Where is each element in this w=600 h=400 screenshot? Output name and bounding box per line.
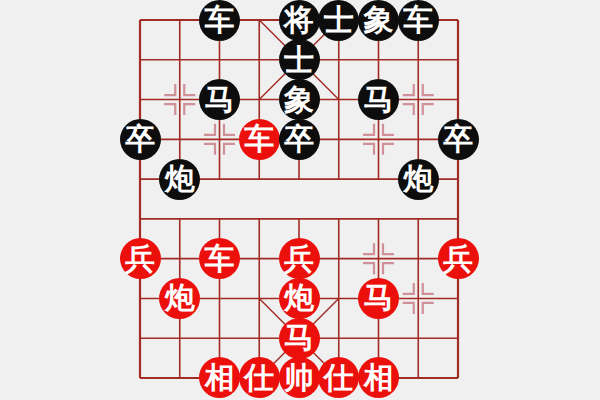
piece-layer: 车将士象车士马象马卒车卒卒炮炮兵车兵兵炮炮马马相仕帅仕相 [120, 0, 478, 398]
piece-red-cannon[interactable]: 炮 [159, 278, 200, 319]
xiangqi-board: 车将士象车士马象马卒车卒卒炮炮兵车兵兵炮炮马马相仕帅仕相 [0, 0, 600, 400]
piece-black-elephant[interactable]: 象 [358, 0, 399, 41]
piece-red-soldier[interactable]: 兵 [438, 238, 479, 279]
piece-red-advisor[interactable]: 仕 [239, 357, 280, 398]
piece-black-horse[interactable]: 马 [199, 79, 240, 120]
piece-red-advisor[interactable]: 仕 [318, 357, 359, 398]
piece-black-soldier[interactable]: 卒 [279, 119, 320, 160]
piece-black-cannon[interactable]: 炮 [159, 159, 200, 200]
piece-red-soldier[interactable]: 兵 [279, 238, 320, 279]
piece-black-cannon[interactable]: 炮 [398, 159, 439, 200]
piece-red-cannon[interactable]: 炮 [279, 278, 320, 319]
piece-red-horse[interactable]: 马 [279, 318, 320, 359]
piece-black-soldier[interactable]: 卒 [120, 119, 161, 160]
piece-black-general[interactable]: 将 [279, 0, 320, 41]
piece-black-advisor[interactable]: 士 [318, 0, 359, 41]
piece-black-chariot[interactable]: 车 [199, 0, 240, 41]
piece-red-elephant[interactable]: 相 [358, 357, 399, 398]
piece-red-soldier[interactable]: 兵 [120, 238, 161, 279]
piece-red-chariot[interactable]: 车 [239, 119, 280, 160]
piece-red-chariot[interactable]: 车 [199, 238, 240, 279]
piece-black-elephant[interactable]: 象 [279, 79, 320, 120]
piece-red-horse[interactable]: 马 [358, 278, 399, 319]
piece-red-elephant[interactable]: 相 [199, 357, 240, 398]
piece-red-general[interactable]: 帅 [279, 357, 320, 398]
piece-black-chariot[interactable]: 车 [398, 0, 439, 41]
piece-black-advisor[interactable]: 士 [279, 39, 320, 80]
piece-black-soldier[interactable]: 卒 [438, 119, 479, 160]
piece-black-horse[interactable]: 马 [358, 79, 399, 120]
